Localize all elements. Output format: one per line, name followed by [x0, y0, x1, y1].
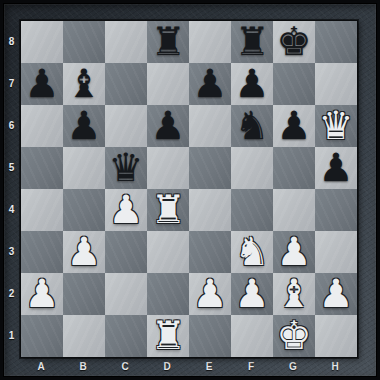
square-f1[interactable] — [231, 315, 273, 357]
piece-white-pawn-h2[interactable]: ♟ — [315, 273, 357, 315]
piece-black-pawn-b6[interactable]: ♟ — [63, 105, 105, 147]
square-e6[interactable] — [189, 105, 231, 147]
piece-black-bishop-b7[interactable]: ♝ — [63, 63, 105, 105]
square-d5[interactable] — [147, 147, 189, 189]
piece-white-pawn-b3[interactable]: ♟ — [63, 231, 105, 273]
file-label-d: D — [146, 357, 188, 375]
piece-black-queen-c5[interactable]: ♛ — [105, 147, 147, 189]
piece-black-pawn-a7[interactable]: ♟ — [21, 63, 63, 105]
chess-board: ♜♜♚♟♝♟♟♟♟♞♟♛♛♟♟♜♟♞♟♟♟♟♝♟♜♚ — [20, 20, 358, 358]
square-c3[interactable] — [105, 231, 147, 273]
piece-white-pawn-e2[interactable]: ♟ — [189, 273, 231, 315]
square-h3[interactable] — [315, 231, 357, 273]
piece-white-king-g1[interactable]: ♚ — [273, 315, 315, 357]
file-label-a: A — [20, 357, 62, 375]
square-g6[interactable]: ♟ — [273, 105, 315, 147]
file-label-c: C — [104, 357, 146, 375]
square-a7[interactable]: ♟ — [21, 63, 63, 105]
piece-black-king-g8[interactable]: ♚ — [273, 21, 315, 63]
square-b7[interactable]: ♝ — [63, 63, 105, 105]
square-h4[interactable] — [315, 189, 357, 231]
square-g3[interactable]: ♟ — [273, 231, 315, 273]
square-b5[interactable] — [63, 147, 105, 189]
piece-black-knight-f6[interactable]: ♞ — [231, 105, 273, 147]
piece-black-pawn-g6[interactable]: ♟ — [273, 105, 315, 147]
rank-label-2: 2 — [3, 272, 20, 314]
square-f2[interactable]: ♟ — [231, 273, 273, 315]
piece-white-pawn-g3[interactable]: ♟ — [273, 231, 315, 273]
square-d8[interactable]: ♜ — [147, 21, 189, 63]
square-f4[interactable] — [231, 189, 273, 231]
rank-label-7: 7 — [3, 62, 20, 104]
square-h8[interactable] — [315, 21, 357, 63]
piece-white-pawn-f2[interactable]: ♟ — [231, 273, 273, 315]
square-g2[interactable]: ♝ — [273, 273, 315, 315]
piece-black-pawn-h5[interactable]: ♟ — [315, 147, 357, 189]
square-e7[interactable]: ♟ — [189, 63, 231, 105]
square-e4[interactable] — [189, 189, 231, 231]
square-c5[interactable]: ♛ — [105, 147, 147, 189]
square-b1[interactable] — [63, 315, 105, 357]
square-e3[interactable] — [189, 231, 231, 273]
square-h6[interactable]: ♛ — [315, 105, 357, 147]
square-d2[interactable] — [147, 273, 189, 315]
square-g1[interactable]: ♚ — [273, 315, 315, 357]
file-labels: ABCDEFGH — [20, 357, 356, 375]
piece-black-rook-d8[interactable]: ♜ — [147, 21, 189, 63]
square-c7[interactable] — [105, 63, 147, 105]
square-c8[interactable] — [105, 21, 147, 63]
square-f7[interactable]: ♟ — [231, 63, 273, 105]
square-c4[interactable]: ♟ — [105, 189, 147, 231]
rank-label-6: 6 — [3, 104, 20, 146]
square-b4[interactable] — [63, 189, 105, 231]
square-b2[interactable] — [63, 273, 105, 315]
piece-black-pawn-e7[interactable]: ♟ — [189, 63, 231, 105]
square-a1[interactable] — [21, 315, 63, 357]
square-a5[interactable] — [21, 147, 63, 189]
piece-white-rook-d1[interactable]: ♜ — [147, 315, 189, 357]
piece-white-bishop-g2[interactable]: ♝ — [273, 273, 315, 315]
piece-white-knight-f3[interactable]: ♞ — [231, 231, 273, 273]
rank-label-5: 5 — [3, 146, 20, 188]
piece-black-rook-f8[interactable]: ♜ — [231, 21, 273, 63]
square-a8[interactable] — [21, 21, 63, 63]
square-e1[interactable] — [189, 315, 231, 357]
square-h1[interactable] — [315, 315, 357, 357]
piece-white-pawn-c4[interactable]: ♟ — [105, 189, 147, 231]
square-c6[interactable] — [105, 105, 147, 147]
piece-white-pawn-a2[interactable]: ♟ — [21, 273, 63, 315]
square-a4[interactable] — [21, 189, 63, 231]
square-b8[interactable] — [63, 21, 105, 63]
square-e2[interactable]: ♟ — [189, 273, 231, 315]
file-label-f: F — [230, 357, 272, 375]
rank-label-4: 4 — [3, 188, 20, 230]
square-b6[interactable]: ♟ — [63, 105, 105, 147]
square-a3[interactable] — [21, 231, 63, 273]
piece-black-pawn-f7[interactable]: ♟ — [231, 63, 273, 105]
square-h2[interactable]: ♟ — [315, 273, 357, 315]
file-label-h: H — [314, 357, 356, 375]
rank-label-8: 8 — [3, 20, 20, 62]
square-a2[interactable]: ♟ — [21, 273, 63, 315]
square-h5[interactable]: ♟ — [315, 147, 357, 189]
file-label-e: E — [188, 357, 230, 375]
piece-black-pawn-d6[interactable]: ♟ — [147, 105, 189, 147]
square-g7[interactable] — [273, 63, 315, 105]
piece-white-rook-d4[interactable]: ♜ — [147, 189, 189, 231]
square-e5[interactable] — [189, 147, 231, 189]
file-label-g: G — [272, 357, 314, 375]
square-g4[interactable] — [273, 189, 315, 231]
square-d1[interactable]: ♜ — [147, 315, 189, 357]
square-f6[interactable]: ♞ — [231, 105, 273, 147]
square-d7[interactable] — [147, 63, 189, 105]
square-c1[interactable] — [105, 315, 147, 357]
square-f3[interactable]: ♞ — [231, 231, 273, 273]
square-d4[interactable]: ♜ — [147, 189, 189, 231]
chess-app-window: 87654321 ABCDEFGH ♜♜♚♟♝♟♟♟♟♞♟♛♛♟♟♜♟♞♟♟♟♟… — [0, 0, 380, 380]
square-c2[interactable] — [105, 273, 147, 315]
square-e8[interactable] — [189, 21, 231, 63]
file-label-b: B — [62, 357, 104, 375]
square-d6[interactable]: ♟ — [147, 105, 189, 147]
square-f8[interactable]: ♜ — [231, 21, 273, 63]
square-a6[interactable] — [21, 105, 63, 147]
square-h7[interactable] — [315, 63, 357, 105]
square-b3[interactable]: ♟ — [63, 231, 105, 273]
rank-label-1: 1 — [3, 314, 20, 356]
square-g8[interactable]: ♚ — [273, 21, 315, 63]
rank-label-3: 3 — [3, 230, 20, 272]
square-g5[interactable] — [273, 147, 315, 189]
piece-white-queen-h6[interactable]: ♛ — [315, 105, 357, 147]
rank-labels: 87654321 — [3, 20, 20, 356]
square-d3[interactable] — [147, 231, 189, 273]
square-f5[interactable] — [231, 147, 273, 189]
